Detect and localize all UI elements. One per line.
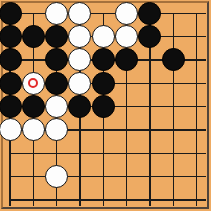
white-stone: ○: [115, 2, 138, 25]
white-stone: ○: [68, 48, 91, 71]
intersection[interactable]: [162, 165, 185, 188]
white-stone: ○: [68, 72, 91, 95]
intersection[interactable]: ●: [0, 2, 22, 25]
intersection[interactable]: [115, 142, 138, 165]
intersection[interactable]: ○: [68, 48, 91, 71]
black-stone: ●: [0, 72, 22, 95]
intersection[interactable]: [68, 118, 91, 141]
intersection[interactable]: ●: [0, 95, 22, 118]
red-circle-marker: [28, 78, 38, 88]
intersection[interactable]: ○: [115, 2, 138, 25]
white-stone: ○: [45, 165, 68, 188]
intersection[interactable]: [162, 2, 185, 25]
white-stone: ○: [45, 118, 68, 141]
intersection[interactable]: [45, 188, 68, 211]
intersection[interactable]: ●: [115, 48, 138, 71]
intersection[interactable]: ●: [45, 72, 68, 95]
intersection[interactable]: [138, 72, 161, 95]
intersection[interactable]: [115, 118, 138, 141]
intersection[interactable]: ○: [68, 72, 91, 95]
intersection[interactable]: [22, 48, 45, 71]
black-stone: ●: [92, 72, 115, 95]
intersection[interactable]: ○: [45, 2, 68, 25]
intersection[interactable]: [185, 25, 208, 48]
black-stone: ●: [0, 95, 22, 118]
intersection[interactable]: ●: [138, 25, 161, 48]
intersection[interactable]: [185, 142, 208, 165]
intersection[interactable]: [68, 188, 91, 211]
black-stone: ●: [115, 48, 138, 71]
intersection[interactable]: ●: [162, 48, 185, 71]
intersection[interactable]: [138, 48, 161, 71]
intersection[interactable]: [138, 165, 161, 188]
intersection[interactable]: [92, 165, 115, 188]
black-stone: ●: [22, 95, 45, 118]
intersection[interactable]: [115, 188, 138, 211]
intersection[interactable]: ○: [0, 118, 22, 141]
intersection[interactable]: ○: [45, 95, 68, 118]
white-stone: ○: [115, 25, 138, 48]
black-stone: ●: [92, 48, 115, 71]
intersection[interactable]: ○: [68, 2, 91, 25]
intersection[interactable]: ●: [92, 95, 115, 118]
intersection[interactable]: [162, 188, 185, 211]
intersection[interactable]: [185, 188, 208, 211]
intersection[interactable]: [22, 188, 45, 211]
intersection[interactable]: [162, 142, 185, 165]
intersection[interactable]: [0, 188, 22, 211]
intersection[interactable]: ●: [22, 95, 45, 118]
intersection[interactable]: [22, 2, 45, 25]
intersection[interactable]: ●: [92, 72, 115, 95]
black-stone: ●: [22, 25, 45, 48]
black-stone: ●: [162, 48, 185, 71]
intersection[interactable]: ○: [68, 25, 91, 48]
go-diagram: ●○○○●●●●○○○●●●○●●●●○●○●●●○●●○○○○: [0, 0, 211, 211]
intersection[interactable]: [115, 165, 138, 188]
black-stone: ●: [68, 95, 91, 118]
intersection[interactable]: [162, 118, 185, 141]
intersection[interactable]: [0, 165, 22, 188]
intersection[interactable]: [92, 188, 115, 211]
intersection[interactable]: [115, 72, 138, 95]
black-stone: ●: [45, 72, 68, 95]
intersection[interactable]: [162, 95, 185, 118]
intersection[interactable]: ○: [22, 72, 45, 95]
intersection[interactable]: [185, 95, 208, 118]
intersection[interactable]: ●: [0, 72, 22, 95]
white-stone: ○: [0, 118, 22, 141]
intersection[interactable]: ●: [68, 95, 91, 118]
intersection[interactable]: [92, 2, 115, 25]
intersection[interactable]: [162, 25, 185, 48]
white-stone: ○: [45, 95, 68, 118]
intersection[interactable]: [162, 72, 185, 95]
black-stone: ●: [45, 48, 68, 71]
intersection[interactable]: [185, 48, 208, 71]
black-stone: ●: [0, 25, 22, 48]
go-board: ●○○○●●●●○○○●●●○●●●●○●○●●●○●●○○○○: [0, 0, 211, 211]
intersection[interactable]: [138, 95, 161, 118]
intersection[interactable]: [68, 142, 91, 165]
intersection[interactable]: [138, 188, 161, 211]
intersection[interactable]: [0, 142, 22, 165]
intersection[interactable]: [68, 165, 91, 188]
black-stone: ●: [138, 2, 161, 25]
board-grid: ●○○○●●●●○○○●●●○●●●●○●○●●●○●●○○○○: [0, 2, 208, 211]
intersection[interactable]: [45, 142, 68, 165]
intersection[interactable]: [138, 142, 161, 165]
intersection[interactable]: ○: [92, 25, 115, 48]
intersection[interactable]: ○: [45, 118, 68, 141]
black-stone: ●: [0, 48, 22, 71]
intersection[interactable]: [185, 118, 208, 141]
intersection[interactable]: [22, 165, 45, 188]
intersection[interactable]: [138, 118, 161, 141]
black-stone: ●: [92, 95, 115, 118]
intersection[interactable]: ○: [115, 25, 138, 48]
intersection[interactable]: ●: [22, 25, 45, 48]
intersection[interactable]: ○: [45, 165, 68, 188]
intersection[interactable]: [92, 118, 115, 141]
intersection[interactable]: [185, 2, 208, 25]
intersection[interactable]: [92, 142, 115, 165]
white-stone: ○: [45, 2, 68, 25]
intersection[interactable]: [115, 95, 138, 118]
intersection[interactable]: ●: [0, 25, 22, 48]
white-stone: ○: [68, 25, 91, 48]
intersection[interactable]: [185, 165, 208, 188]
intersection[interactable]: ●: [45, 48, 68, 71]
white-stone: ○: [92, 25, 115, 48]
black-stone: ●: [138, 25, 161, 48]
intersection[interactable]: ●: [138, 2, 161, 25]
intersection[interactable]: [22, 142, 45, 165]
intersection[interactable]: ●: [92, 48, 115, 71]
marked-white-stone: ○: [22, 72, 45, 95]
black-stone: ●: [45, 25, 68, 48]
black-stone: ●: [0, 2, 22, 25]
intersection[interactable]: [185, 72, 208, 95]
white-stone: ○: [22, 118, 45, 141]
intersection[interactable]: ○: [22, 118, 45, 141]
intersection[interactable]: ●: [0, 48, 22, 71]
intersection[interactable]: ●: [45, 25, 68, 48]
white-stone: ○: [68, 2, 91, 25]
